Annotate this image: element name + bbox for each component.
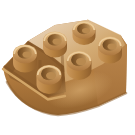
stud-hole-floor bbox=[23, 52, 32, 58]
duplo-stud bbox=[73, 21, 96, 45]
duplo-brick-render bbox=[0, 0, 135, 135]
stud-hole-floor bbox=[53, 39, 62, 45]
stud-hole-floor bbox=[108, 44, 117, 50]
duplo-stud bbox=[43, 32, 67, 58]
stud-hole-floor bbox=[46, 72, 56, 79]
duplo-stud bbox=[13, 45, 37, 73]
stud-hole-floor bbox=[76, 58, 86, 65]
duplo-stud bbox=[98, 37, 122, 64]
duplo-stud bbox=[67, 51, 92, 80]
product-image-canvas bbox=[0, 0, 135, 135]
stud-hole-floor bbox=[82, 28, 90, 33]
duplo-stud bbox=[37, 65, 62, 94]
